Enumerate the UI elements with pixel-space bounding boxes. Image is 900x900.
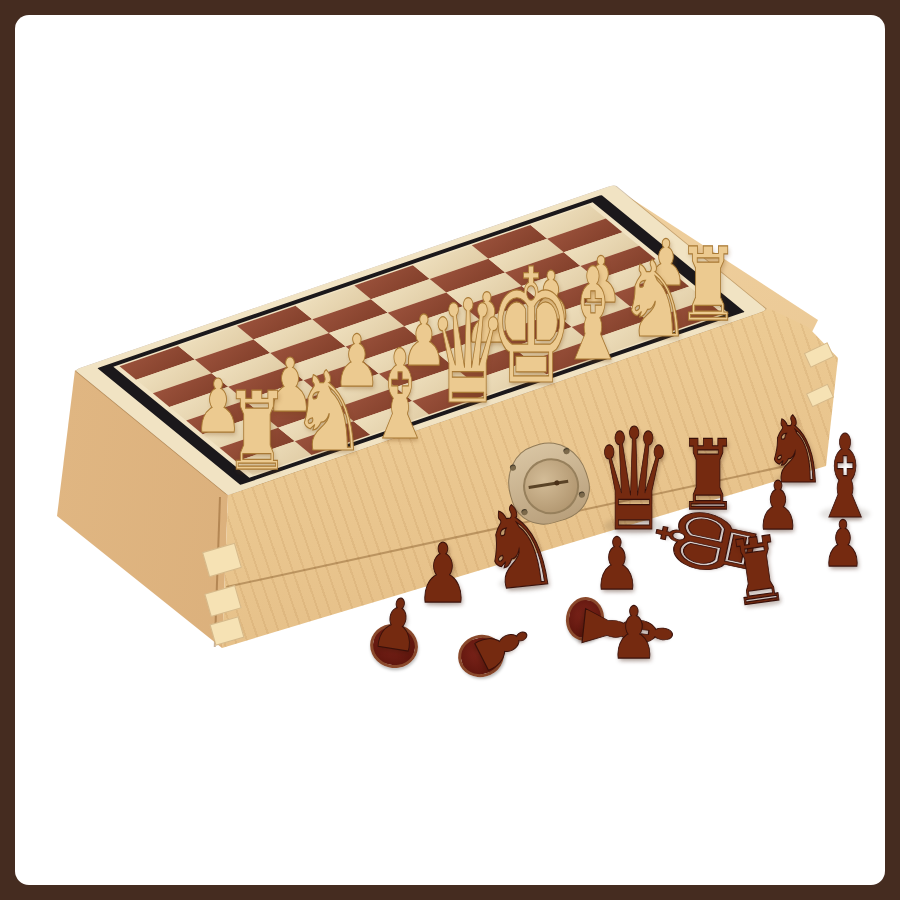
- photo-background: [15, 15, 885, 885]
- product-photo-stage: ♟♟♜♟♞♟♝♟♚♟♛♟♟♝♞♜♞♜♝♛♟♚♟♞♟♟♜♝♟♟♟: [0, 0, 900, 900]
